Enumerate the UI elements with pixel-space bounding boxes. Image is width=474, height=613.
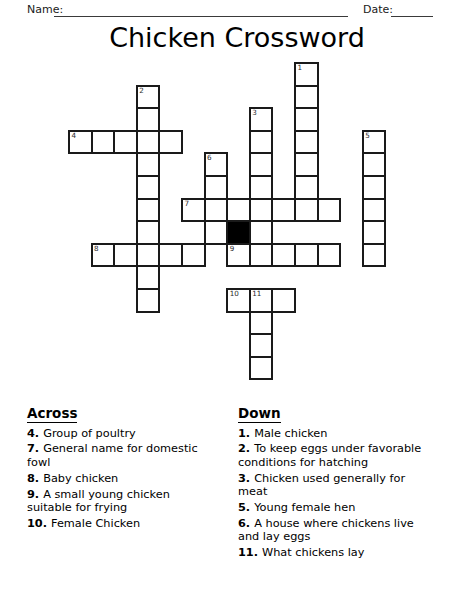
clue-text: What chickens lay xyxy=(262,546,364,559)
cell-r3c3[interactable] xyxy=(136,130,161,155)
across-clues-section: Across 4.Group of poultry7.General name … xyxy=(27,403,233,533)
cell-r5c3[interactable] xyxy=(136,175,161,200)
cell-r7c8[interactable] xyxy=(249,220,274,245)
page-title: Chicken Crossword xyxy=(0,22,474,54)
clue-text: Young female hen xyxy=(254,501,355,514)
cell-r1c3[interactable]: 2 xyxy=(136,85,161,110)
cell-r6c11[interactable] xyxy=(317,198,342,223)
cell-number-3: 3 xyxy=(252,109,257,118)
across-clue-list: 4.Group of poultry7.General name for dom… xyxy=(27,427,233,531)
cell-r6c6[interactable] xyxy=(204,198,229,223)
cell-r10c3[interactable] xyxy=(136,288,161,313)
clue-down-6: 6.A house where chickens live and lay eg… xyxy=(238,517,474,544)
clue-text: Female Chicken xyxy=(51,517,140,530)
clue-across-9: 9.A small young chicken suitable for fry… xyxy=(27,488,233,515)
cell-r8c1[interactable]: 8 xyxy=(91,243,116,268)
clue-across-7: 7.General name for domestic fowl xyxy=(27,442,233,469)
clue-across-10: 10.Female Chicken xyxy=(27,517,233,530)
down-clues-section: Down 1.Male chicken2.To keep eggs under … xyxy=(238,403,474,562)
clue-down-11: 11.What chickens lay xyxy=(238,546,474,559)
cell-r4c10[interactable] xyxy=(294,152,319,177)
cell-number-1: 1 xyxy=(298,64,303,73)
cell-r6c3[interactable] xyxy=(136,198,161,223)
cell-r3c2[interactable] xyxy=(113,130,138,155)
cell-r8c11[interactable] xyxy=(317,243,342,268)
cell-r6c13[interactable] xyxy=(362,198,387,223)
cell-r3c8[interactable] xyxy=(249,130,274,155)
clue-number: 7. xyxy=(27,442,39,455)
cell-r8c7[interactable]: 9 xyxy=(226,243,251,268)
cell-r8c2[interactable] xyxy=(113,243,138,268)
cell-r3c1[interactable] xyxy=(91,130,116,155)
cell-r8c3[interactable] xyxy=(136,243,161,268)
cell-r6c5[interactable]: 7 xyxy=(181,198,206,223)
cell-r8c10[interactable] xyxy=(294,243,319,268)
clue-text: Baby chicken xyxy=(43,472,118,485)
black-cell-r7c7 xyxy=(226,220,251,245)
clue-number: 11. xyxy=(238,546,258,559)
down-clue-list: 1.Male chicken2.To keep eggs under favor… xyxy=(238,427,474,560)
cell-r8c9[interactable] xyxy=(271,243,296,268)
clue-number: 5. xyxy=(238,501,250,514)
date-input-line[interactable] xyxy=(391,6,433,17)
cell-r8c4[interactable] xyxy=(158,243,183,268)
worksheet-page: Name: Date: Chicken Crossword 1234567891… xyxy=(0,0,474,613)
clue-down-1: 1.Male chicken xyxy=(238,427,474,440)
clue-text: General name for domestic fowl xyxy=(27,442,198,468)
cell-r8c5[interactable] xyxy=(181,243,206,268)
cell-r6c10[interactable] xyxy=(294,198,319,223)
cell-r11c8[interactable] xyxy=(249,311,274,336)
cell-number-7: 7 xyxy=(185,200,190,209)
cell-r5c10[interactable] xyxy=(294,175,319,200)
clue-text: A house where chickens live and lay eggs xyxy=(238,517,414,543)
cell-r3c10[interactable] xyxy=(294,130,319,155)
cell-r7c13[interactable] xyxy=(362,220,387,245)
cell-r2c8[interactable]: 3 xyxy=(249,107,274,132)
cell-r0c10[interactable]: 1 xyxy=(294,62,319,87)
clue-text: A small young chicken suitable for fryin… xyxy=(27,488,170,514)
clue-text: To keep eggs under favorable conditions … xyxy=(238,442,421,468)
cell-r4c6[interactable]: 6 xyxy=(204,152,229,177)
clue-number: 9. xyxy=(27,488,39,501)
cell-r4c13[interactable] xyxy=(362,152,387,177)
cell-number-4: 4 xyxy=(72,132,77,141)
clue-number: 2. xyxy=(238,442,250,455)
cell-r13c8[interactable] xyxy=(249,356,274,381)
cell-r6c9[interactable] xyxy=(271,198,296,223)
clue-number: 6. xyxy=(238,517,250,530)
cell-r4c3[interactable] xyxy=(136,152,161,177)
cell-number-9: 9 xyxy=(230,245,235,254)
cell-r2c10[interactable] xyxy=(294,107,319,132)
clue-across-4: 4.Group of poultry xyxy=(27,427,233,440)
clue-number: 1. xyxy=(238,427,250,440)
name-input-line[interactable] xyxy=(54,6,348,17)
cell-r4c8[interactable] xyxy=(249,152,274,177)
cell-r3c0[interactable]: 4 xyxy=(68,130,93,155)
cell-r7c3[interactable] xyxy=(136,220,161,245)
clue-text: Male chicken xyxy=(254,427,327,440)
cell-r8c13[interactable] xyxy=(362,243,387,268)
clue-text: Group of poultry xyxy=(43,427,136,440)
cell-r5c8[interactable] xyxy=(249,175,274,200)
clue-across-8: 8.Baby chicken xyxy=(27,472,233,485)
cell-r3c13[interactable]: 5 xyxy=(362,130,387,155)
cell-r8c8[interactable] xyxy=(249,243,274,268)
cell-r10c9[interactable] xyxy=(271,288,296,313)
across-heading: Across xyxy=(27,406,77,423)
date-label: Date: xyxy=(363,3,393,16)
cell-r5c13[interactable] xyxy=(362,175,387,200)
cell-r2c3[interactable] xyxy=(136,107,161,132)
cell-r7c6[interactable] xyxy=(204,220,229,245)
clue-down-3: 3.Chicken used generally for meat xyxy=(238,472,474,499)
cell-r5c6[interactable] xyxy=(204,175,229,200)
cell-r1c10[interactable] xyxy=(294,85,319,110)
clue-down-5: 5.Young female hen xyxy=(238,501,474,514)
down-heading: Down xyxy=(238,406,281,423)
cell-number-2: 2 xyxy=(139,87,144,96)
cell-number-6: 6 xyxy=(207,154,212,163)
cell-r10c7[interactable]: 10 xyxy=(226,288,251,313)
clue-number: 3. xyxy=(238,472,250,485)
clue-text: Chicken used generally for meat xyxy=(238,472,405,498)
cell-number-8: 8 xyxy=(94,245,99,254)
clue-number: 8. xyxy=(27,472,39,485)
cell-r12c8[interactable] xyxy=(249,333,274,358)
clue-down-2: 2.To keep eggs under favorable condition… xyxy=(238,442,474,469)
cell-r6c8[interactable] xyxy=(249,198,274,223)
cell-number-5: 5 xyxy=(365,132,370,141)
clue-number: 10. xyxy=(27,517,47,530)
cell-number-11: 11 xyxy=(252,290,261,299)
cell-r10c8[interactable]: 11 xyxy=(249,288,274,313)
cell-r3c4[interactable] xyxy=(158,130,183,155)
clue-number: 4. xyxy=(27,427,39,440)
crossword-grid: 1234567891011 xyxy=(68,62,385,379)
cell-number-10: 10 xyxy=(230,290,239,299)
cell-r6c7[interactable] xyxy=(226,198,251,223)
cell-r9c3[interactable] xyxy=(136,265,161,290)
